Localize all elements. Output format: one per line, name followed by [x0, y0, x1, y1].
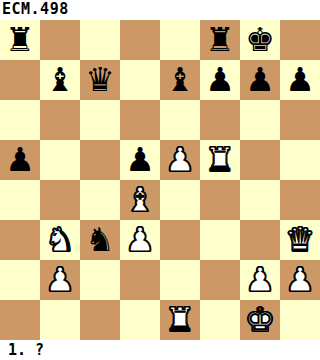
white-rook-piece: ♜ — [200, 140, 240, 180]
black-pawn-piece: ♟ — [240, 60, 280, 100]
square-e8[interactable] — [160, 20, 200, 60]
white-pawn-piece: ♟ — [240, 260, 280, 300]
square-g5[interactable] — [240, 140, 280, 180]
square-a6[interactable] — [0, 100, 40, 140]
square-a1[interactable] — [0, 300, 40, 340]
square-d6[interactable] — [120, 100, 160, 140]
square-f8[interactable]: ♜ — [200, 20, 240, 60]
square-d1[interactable] — [120, 300, 160, 340]
puzzle-title: ECM.498 — [2, 0, 69, 20]
square-g7[interactable]: ♟ — [240, 60, 280, 100]
white-pawn-piece: ♟ — [120, 220, 160, 260]
black-bishop-piece: ♝ — [160, 60, 200, 100]
square-b2[interactable]: ♟ — [40, 260, 80, 300]
square-h1[interactable] — [280, 300, 320, 340]
square-d8[interactable] — [120, 20, 160, 60]
square-e2[interactable] — [160, 260, 200, 300]
square-c8[interactable] — [80, 20, 120, 60]
square-h7[interactable]: ♟ — [280, 60, 320, 100]
square-f4[interactable] — [200, 180, 240, 220]
square-b8[interactable] — [40, 20, 80, 60]
square-c4[interactable] — [80, 180, 120, 220]
square-b7[interactable]: ♝ — [40, 60, 80, 100]
white-king-piece: ♚ — [240, 300, 280, 340]
square-f1[interactable] — [200, 300, 240, 340]
white-pawn-piece: ♟ — [280, 260, 320, 300]
black-king-piece: ♚ — [240, 20, 280, 60]
white-pawn-piece: ♟ — [40, 260, 80, 300]
square-c3[interactable]: ♞ — [80, 220, 120, 260]
black-pawn-piece: ♟ — [280, 60, 320, 100]
square-a5[interactable]: ♟ — [0, 140, 40, 180]
square-c2[interactable] — [80, 260, 120, 300]
move-prompt: 1. ? — [8, 341, 44, 359]
white-pawn-piece: ♟ — [160, 140, 200, 180]
white-knight-piece: ♞ — [40, 220, 80, 260]
square-f5[interactable]: ♜ — [200, 140, 240, 180]
black-rook-piece: ♜ — [200, 20, 240, 60]
square-c6[interactable] — [80, 100, 120, 140]
square-a7[interactable] — [0, 60, 40, 100]
square-c1[interactable] — [80, 300, 120, 340]
square-h2[interactable]: ♟ — [280, 260, 320, 300]
square-f2[interactable] — [200, 260, 240, 300]
square-e6[interactable] — [160, 100, 200, 140]
white-rook-piece: ♜ — [160, 300, 200, 340]
black-pawn-piece: ♟ — [120, 140, 160, 180]
square-e3[interactable] — [160, 220, 200, 260]
square-g3[interactable] — [240, 220, 280, 260]
square-h3[interactable]: ♛ — [280, 220, 320, 260]
square-d2[interactable] — [120, 260, 160, 300]
square-b3[interactable]: ♞ — [40, 220, 80, 260]
square-h8[interactable] — [280, 20, 320, 60]
white-bishop-piece: ♝ — [120, 180, 160, 220]
square-g8[interactable]: ♚ — [240, 20, 280, 60]
square-c5[interactable] — [80, 140, 120, 180]
chess-board: ♜♜♚♝♛♝♟♟♟♟♟♟♜♝♞♞♟♛♟♟♟♜♚ — [0, 20, 320, 340]
square-g4[interactable] — [240, 180, 280, 220]
black-knight-piece: ♞ — [80, 220, 120, 260]
square-d7[interactable] — [120, 60, 160, 100]
square-b6[interactable] — [40, 100, 80, 140]
square-a8[interactable]: ♜ — [0, 20, 40, 60]
square-h4[interactable] — [280, 180, 320, 220]
square-b4[interactable] — [40, 180, 80, 220]
square-c7[interactable]: ♛ — [80, 60, 120, 100]
black-pawn-piece: ♟ — [0, 140, 40, 180]
square-g1[interactable]: ♚ — [240, 300, 280, 340]
black-rook-piece: ♜ — [0, 20, 40, 60]
square-g2[interactable]: ♟ — [240, 260, 280, 300]
black-bishop-piece: ♝ — [40, 60, 80, 100]
square-a4[interactable] — [0, 180, 40, 220]
square-e7[interactable]: ♝ — [160, 60, 200, 100]
square-g6[interactable] — [240, 100, 280, 140]
square-f7[interactable]: ♟ — [200, 60, 240, 100]
square-b5[interactable] — [40, 140, 80, 180]
square-f6[interactable] — [200, 100, 240, 140]
square-b1[interactable] — [40, 300, 80, 340]
square-e1[interactable]: ♜ — [160, 300, 200, 340]
square-e5[interactable]: ♟ — [160, 140, 200, 180]
square-d3[interactable]: ♟ — [120, 220, 160, 260]
square-a3[interactable] — [0, 220, 40, 260]
black-pawn-piece: ♟ — [200, 60, 240, 100]
square-e4[interactable] — [160, 180, 200, 220]
square-d4[interactable]: ♝ — [120, 180, 160, 220]
square-a2[interactable] — [0, 260, 40, 300]
white-queen-piece: ♛ — [280, 220, 320, 260]
square-h5[interactable] — [280, 140, 320, 180]
black-queen-piece: ♛ — [80, 60, 120, 100]
square-d5[interactable]: ♟ — [120, 140, 160, 180]
square-f3[interactable] — [200, 220, 240, 260]
square-h6[interactable] — [280, 100, 320, 140]
